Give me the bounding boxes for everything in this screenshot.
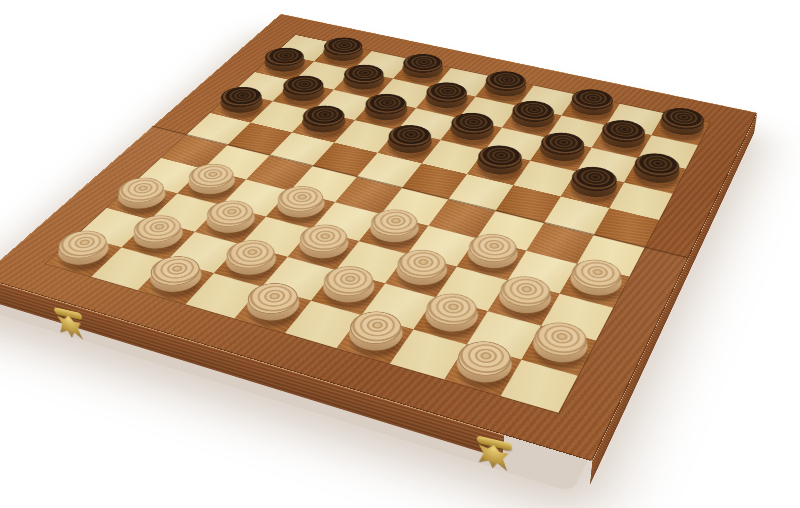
checker-glyph: ⛂ <box>400 53 446 73</box>
checker-glyph: ⛂ <box>569 88 616 110</box>
dark-piece[interactable]: ⛂ <box>657 105 708 133</box>
checker-glyph: ⛂ <box>659 107 706 130</box>
checker-glyph: ⛀ <box>53 229 112 259</box>
checker-glyph: ⛂ <box>483 70 529 91</box>
product-photo-stage: ⛂⛂⛂⛂⛂⛂⛂⛂⛂⛂⛂⛂⛂⛂⛂⛂⛂⛂⛂⛂⛀⛀⛀⛀⛀⛀⛀⛀⛀⛀⛀⛀⛀⛀⛀⛀⛀⛀⛀⛀ <box>0 0 800 508</box>
checker-glyph: ⛀ <box>145 255 205 287</box>
dark-piece[interactable]: ⛂ <box>318 35 369 59</box>
checker-glyph: ⛀ <box>531 321 591 357</box>
light-piece[interactable]: ⛀ <box>110 174 173 207</box>
checker-glyph: ⛀ <box>568 258 624 290</box>
light-piece[interactable]: ⛀ <box>462 230 524 267</box>
light-piece[interactable]: ⛀ <box>364 205 425 240</box>
dark-piece[interactable]: ⛂ <box>480 68 531 94</box>
dark-piece[interactable]: ⛂ <box>397 51 448 76</box>
light-piece[interactable]: ⛀ <box>141 252 208 290</box>
checker-glyph: ⛀ <box>273 185 328 213</box>
checker-glyph: ⛂ <box>632 152 682 178</box>
checker-glyph: ⛂ <box>320 37 366 57</box>
dark-piece[interactable]: ⛂ <box>567 86 618 113</box>
draughts-board: ⛂⛂⛂⛂⛂⛂⛂⛂⛂⛂⛂⛂⛂⛂⛂⛂⛂⛂⛂⛂⛀⛀⛀⛀⛀⛀⛀⛀⛀⛀⛀⛀⛀⛀⛀⛀⛀⛀⛀⛀ <box>0 14 757 462</box>
